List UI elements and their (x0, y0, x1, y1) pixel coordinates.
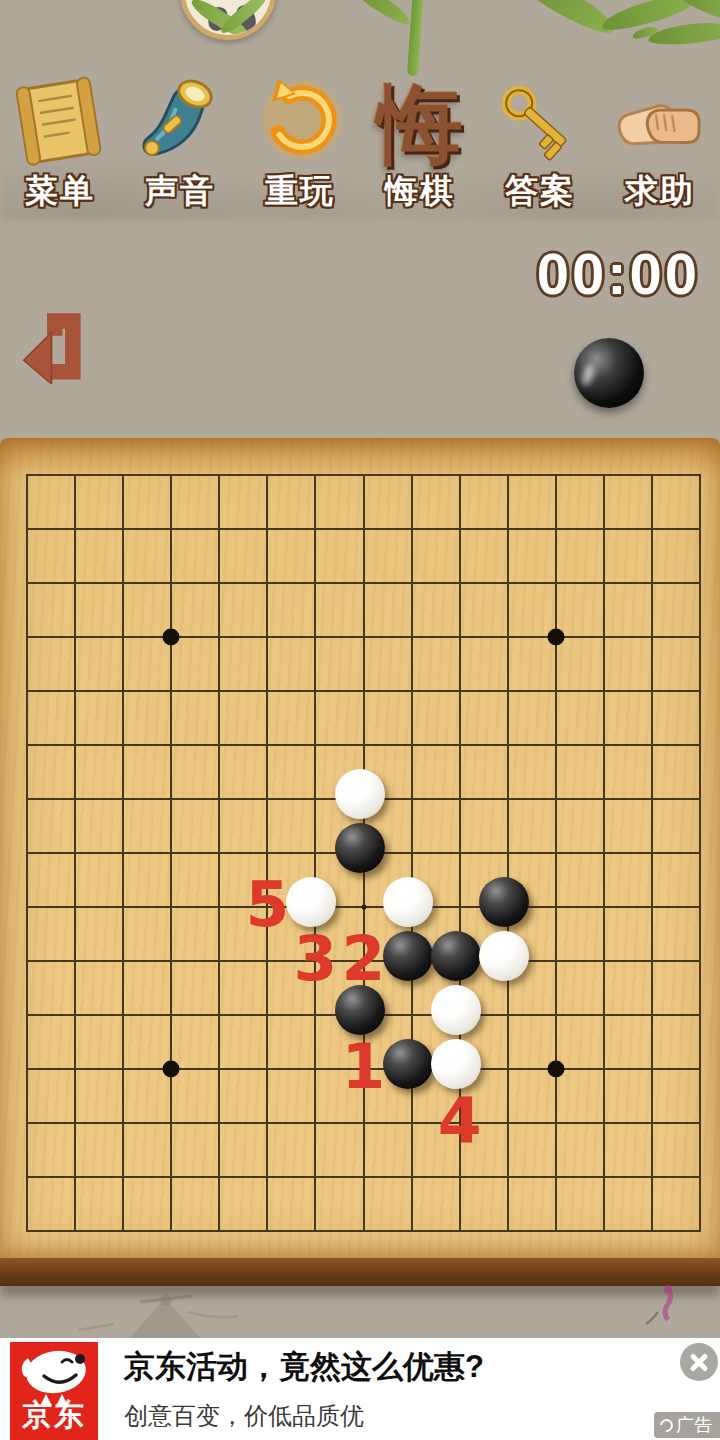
scroll-icon (14, 68, 106, 172)
replay-label: 重玩 (265, 172, 335, 210)
white-stone (431, 985, 481, 1035)
grid-line-vertical (699, 474, 701, 1232)
board-grid[interactable]: 12345 (27, 475, 700, 1231)
jd-logo[interactable]: 京东 (10, 1342, 98, 1440)
star-point (547, 629, 564, 646)
black-stone (479, 877, 529, 927)
move-number-label: 5 (245, 868, 289, 941)
ad-close-button[interactable] (680, 1343, 718, 1381)
move-number-label: 1 (342, 1030, 386, 1103)
bamboo-leaf (353, 0, 414, 28)
star-point (163, 1061, 180, 1078)
black-stone (383, 931, 433, 981)
star-point (163, 629, 180, 646)
grid-line-vertical (651, 474, 653, 1232)
tiny-marker-dot (361, 905, 366, 910)
ad-title[interactable]: 京东活动，竟然这么优惠? (124, 1346, 484, 1388)
undo-button[interactable]: 悔 悔棋 (360, 62, 480, 210)
white-stone (286, 877, 336, 927)
game-screen: 菜单 声音 (0, 0, 720, 1440)
hui-character: 悔 (377, 76, 463, 172)
goban-board: 12345 (0, 438, 720, 1286)
key-icon (494, 68, 586, 172)
ad-subtitle: 创意百变，价低品质优 (124, 1400, 364, 1432)
ink-figure-sketch (70, 1292, 270, 1340)
toolbar: 菜单 声音 (0, 62, 720, 210)
white-stone (431, 1039, 481, 1089)
black-stone (335, 823, 385, 873)
handshake-icon (610, 68, 710, 172)
black-stone (335, 985, 385, 1035)
grid-line-vertical (603, 474, 605, 1232)
help-label: 求助 (625, 172, 695, 210)
avatar (180, 0, 276, 40)
answer-label: 答案 (505, 172, 575, 210)
black-stone (431, 931, 481, 981)
move-number-label: 3 (294, 922, 338, 995)
back-arrow-button[interactable] (22, 298, 104, 384)
white-stone (335, 769, 385, 819)
replay-swirl-icon (250, 68, 350, 172)
help-button[interactable]: 求助 (600, 62, 720, 210)
grid-line-vertical (411, 474, 413, 1232)
jd-brand-text: 京东 (10, 1395, 98, 1436)
answer-button[interactable]: 答案 (480, 62, 600, 210)
grid-line-vertical (507, 474, 509, 1232)
menu-label: 菜单 (25, 172, 95, 210)
move-number-label: 4 (438, 1084, 482, 1157)
ad-banner[interactable]: 京东 京东活动，竟然这么优惠? 创意百变，价低品质优 广告 (0, 1338, 720, 1440)
bamboo-leaf (647, 19, 720, 47)
replay-button[interactable]: 重玩 (240, 62, 360, 210)
undo-label: 悔棋 (385, 172, 455, 210)
board-bottom-edge (0, 1258, 720, 1286)
sound-label: 声音 (145, 172, 215, 210)
star-point (547, 1061, 564, 1078)
flower-sketch (628, 1282, 688, 1334)
black-stone (383, 1039, 433, 1089)
menu-button[interactable]: 菜单 (0, 62, 120, 210)
ad-badge-label: 广告 (676, 1412, 712, 1438)
grid-line-vertical (555, 474, 557, 1232)
horn-icon (132, 68, 228, 172)
white-stone (383, 877, 433, 927)
white-stone (479, 931, 529, 981)
hui-character-icon: 悔 (377, 68, 463, 172)
ad-badge: 广告 (654, 1412, 720, 1438)
sound-button[interactable]: 声音 (120, 62, 240, 210)
grid-line-horizontal (26, 1230, 701, 1232)
turn-indicator-stone (574, 338, 644, 408)
back-arrow-icon (22, 298, 104, 384)
grid-line-horizontal (26, 1122, 701, 1124)
game-timer: 00:00 (537, 240, 700, 307)
ad-choices-icon (657, 1416, 675, 1434)
grid-line-horizontal (26, 1176, 701, 1178)
